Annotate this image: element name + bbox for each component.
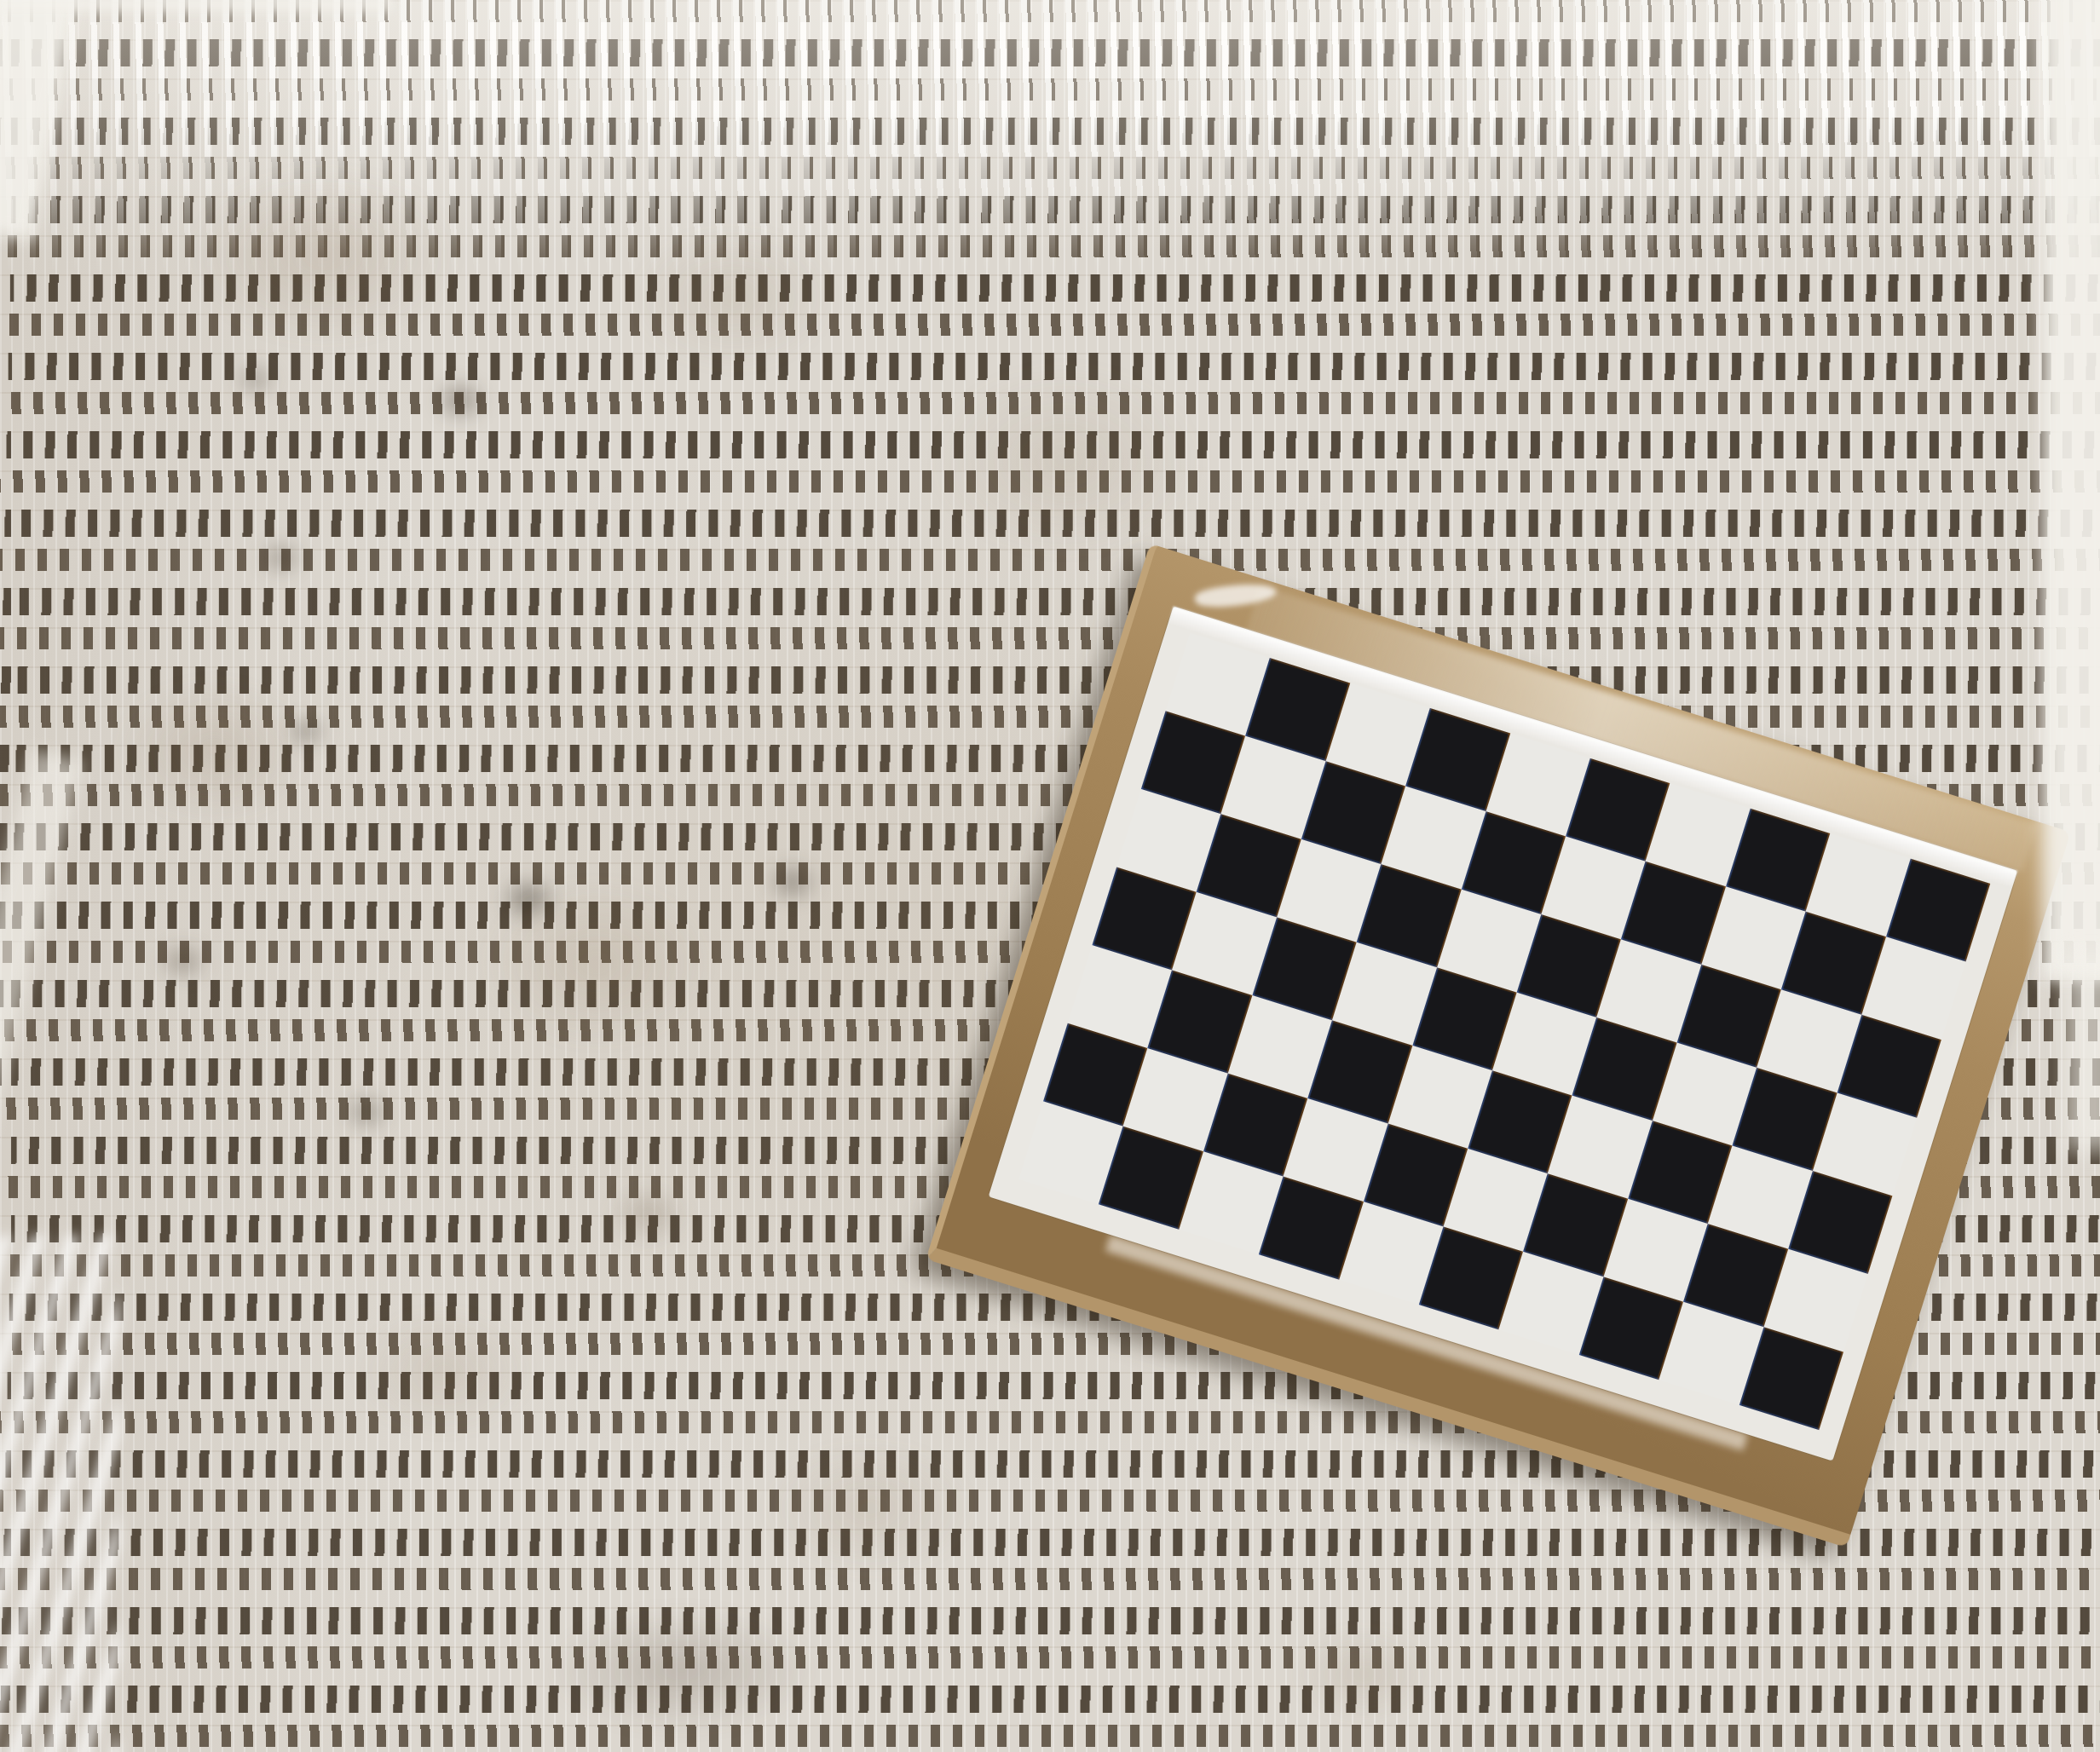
- dirt-smudge: [286, 714, 327, 748]
- belt-edge-blur: [0, 1236, 119, 1752]
- dirt-smudge: [259, 540, 303, 576]
- dirt-smudge: [1291, 1628, 1436, 1721]
- dirt-smudge: [482, 878, 712, 1048]
- photo-scene: [0, 0, 2100, 1752]
- belt-edge-blur: [2066, 954, 2100, 1150]
- dirt-smudge: [545, 1606, 818, 1734]
- dirt-smudge: [929, 362, 1202, 558]
- dirt-smudge: [158, 941, 209, 982]
- belt-edge-blur: [0, 0, 392, 12]
- dirt-smudge: [631, 226, 835, 371]
- dirt-smudge: [343, 1092, 390, 1132]
- belt-edge-blur: [2042, 0, 2100, 980]
- dirt-smudge: [608, 1184, 689, 1245]
- dirt-smudge: [187, 166, 460, 345]
- dirt-smudge: [433, 378, 487, 423]
- dirt-smudge: [234, 362, 277, 396]
- dirt-smudge: [115, 677, 311, 822]
- dirt-smudge: [354, 1308, 533, 1436]
- dirt-smudge: [763, 1440, 976, 1576]
- dirt-smudge: [766, 861, 819, 903]
